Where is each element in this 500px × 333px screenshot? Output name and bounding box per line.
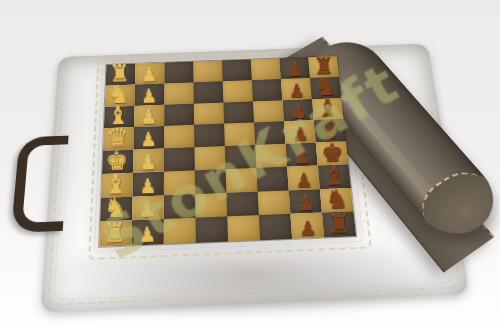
square[interactable] — [195, 192, 227, 217]
square[interactable]: ♟ — [133, 171, 164, 196]
chess-piece-bP[interactable]: ♟ — [297, 194, 315, 214]
chess-board: ♜♟♟♜♞♟♟♞♝♟♟♝♛♟♟♛♚♟♟♚♝♟♟♝♞♟♟♞♜♟♟♜ — [99, 56, 356, 247]
chess-piece-wP[interactable]: ♟ — [139, 153, 157, 173]
square[interactable]: ♟ — [134, 126, 165, 150]
square[interactable]: ♟ — [289, 189, 322, 214]
square[interactable] — [194, 124, 225, 147]
chess-piece-wP[interactable]: ♟ — [140, 108, 157, 127]
square[interactable] — [164, 82, 194, 104]
square[interactable] — [251, 58, 281, 80]
square[interactable] — [258, 190, 291, 215]
square[interactable]: ♟ — [135, 63, 164, 85]
chess-piece-bP[interactable]: ♟ — [290, 102, 307, 121]
square[interactable]: ♟ — [135, 83, 165, 105]
square[interactable] — [193, 81, 223, 103]
square[interactable]: ♟ — [132, 195, 164, 221]
square[interactable] — [226, 191, 258, 216]
chess-piece-wP[interactable]: ♟ — [141, 66, 158, 84]
chess-piece-wP[interactable]: ♟ — [138, 225, 157, 245]
square[interactable] — [195, 169, 227, 194]
square[interactable] — [164, 125, 194, 148]
square[interactable]: ♟ — [134, 104, 164, 127]
square[interactable] — [224, 123, 255, 146]
square[interactable]: ♟ — [290, 213, 324, 239]
square[interactable] — [227, 215, 260, 241]
square[interactable]: ♜ — [322, 212, 356, 238]
chess-piece-bP[interactable]: ♟ — [287, 60, 304, 78]
square[interactable]: ♟ — [287, 165, 320, 190]
square[interactable] — [164, 194, 196, 220]
square[interactable] — [252, 79, 283, 101]
chess-piece-wP[interactable]: ♟ — [141, 87, 158, 106]
chess-piece-bR[interactable]: ♜ — [327, 211, 351, 238]
square[interactable] — [196, 217, 229, 243]
square[interactable]: ♟ — [131, 219, 163, 245]
square[interactable] — [164, 170, 195, 195]
square[interactable]: ♟ — [285, 143, 317, 167]
product-photo-scene: ♜♟♟♜♞♟♟♞♝♟♟♝♛♟♟♛♚♟♟♚♝♟♟♝♞♟♟♞♜♟♟♜ StonKra… — [0, 0, 500, 333]
square[interactable]: ♟ — [282, 99, 313, 122]
square[interactable] — [193, 60, 223, 82]
chess-piece-bP[interactable]: ♟ — [292, 124, 309, 143]
square[interactable] — [194, 102, 224, 125]
leather-roll-mat-plane: ♜♟♟♜♞♟♟♞♝♟♟♝♛♟♟♛♚♟♟♚♝♟♟♝♞♟♟♞♜♟♟♜ — [40, 44, 469, 313]
square[interactable] — [254, 121, 285, 144]
square[interactable] — [256, 167, 288, 192]
square[interactable] — [226, 168, 258, 193]
chess-piece-wR[interactable]: ♜ — [103, 220, 127, 247]
square[interactable]: ♜ — [99, 221, 132, 247]
chess-piece-bP[interactable]: ♟ — [288, 81, 305, 100]
chess-piece-bP[interactable]: ♟ — [299, 218, 317, 238]
chess-piece-wP[interactable]: ♟ — [140, 130, 157, 149]
chess-piece-wP[interactable]: ♟ — [139, 176, 157, 196]
square[interactable]: ♟ — [279, 57, 310, 79]
chess-piece-wP[interactable]: ♟ — [138, 200, 156, 220]
square[interactable] — [259, 214, 292, 240]
square[interactable]: ♟ — [284, 120, 316, 143]
square[interactable] — [253, 100, 284, 123]
chess-piece-bP[interactable]: ♟ — [295, 170, 313, 190]
chess-piece-bP[interactable]: ♟ — [293, 147, 311, 166]
